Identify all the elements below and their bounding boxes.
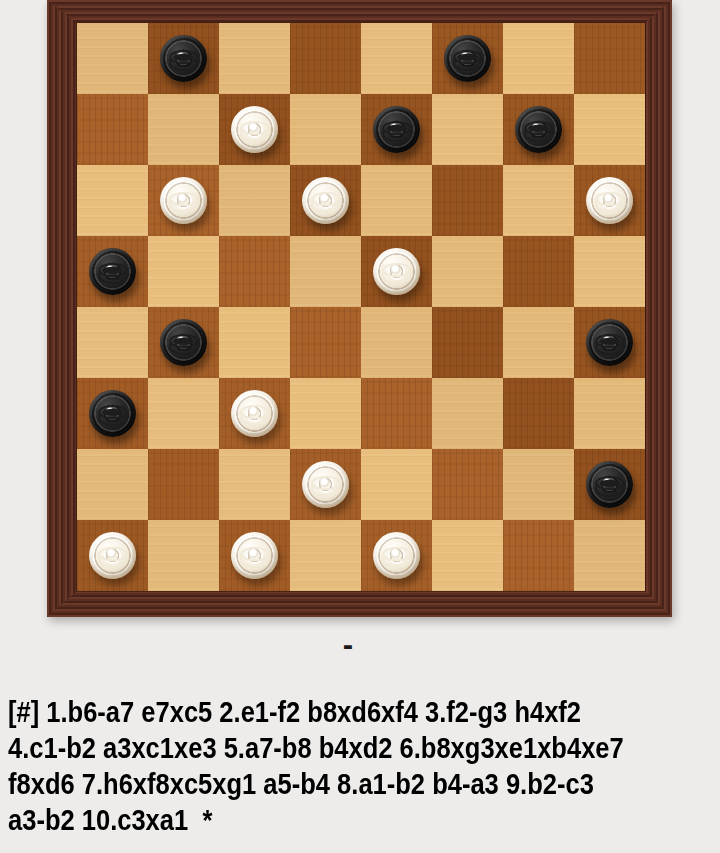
square-c8[interactable] <box>219 23 290 94</box>
square-a8[interactable] <box>77 23 148 94</box>
square-e2[interactable] <box>361 449 432 520</box>
square-a2[interactable] <box>77 449 148 520</box>
square-g6[interactable] <box>503 165 574 236</box>
white-checker-glyph: ⛀ <box>231 106 278 153</box>
square-d5[interactable] <box>290 236 361 307</box>
square-b2[interactable] <box>148 449 219 520</box>
checker-white-d6[interactable]: ⛀ <box>290 165 361 236</box>
square-h1[interactable] <box>574 520 645 591</box>
square-f2[interactable] <box>432 449 503 520</box>
square-f5[interactable] <box>432 236 503 307</box>
checker-black-f8[interactable]: ⛂ <box>432 23 503 94</box>
square-g4[interactable] <box>503 307 574 378</box>
black-checker-glyph: ⛂ <box>515 106 562 153</box>
square-h3[interactable] <box>574 378 645 449</box>
square-c4[interactable] <box>219 307 290 378</box>
checker-white-e1[interactable]: ⛀ <box>361 520 432 591</box>
square-h5[interactable] <box>574 236 645 307</box>
white-checker-glyph: ⛀ <box>302 177 349 224</box>
square-d7[interactable] <box>290 94 361 165</box>
checker-black-e7[interactable]: ⛂ <box>361 94 432 165</box>
white-checker-glyph: ⛀ <box>231 532 278 579</box>
black-checker-glyph: ⛂ <box>89 390 136 437</box>
white-checker-glyph: ⛀ <box>373 532 420 579</box>
square-g8[interactable] <box>503 23 574 94</box>
checker-black-g7[interactable]: ⛂ <box>503 94 574 165</box>
game-status-indicator: - <box>0 629 696 660</box>
frame-right-edge <box>645 0 672 617</box>
checker-black-a3[interactable]: ⛂ <box>77 378 148 449</box>
checker-black-b4[interactable]: ⛂ <box>148 307 219 378</box>
checker-white-b6[interactable]: ⛀ <box>148 165 219 236</box>
square-g2[interactable] <box>503 449 574 520</box>
frame-left-edge <box>47 0 77 617</box>
checker-black-b8[interactable]: ⛂ <box>148 23 219 94</box>
square-b1[interactable] <box>148 520 219 591</box>
square-d8[interactable] <box>290 23 361 94</box>
square-c2[interactable] <box>219 449 290 520</box>
checker-black-h4[interactable]: ⛂ <box>574 307 645 378</box>
square-a7[interactable] <box>77 94 148 165</box>
square-b5[interactable] <box>148 236 219 307</box>
checker-white-c7[interactable]: ⛀ <box>219 94 290 165</box>
square-c5[interactable] <box>219 236 290 307</box>
move-text-line: 4.c1-b2 a3xc1xe3 5.a7-b8 b4xd2 6.b8xg3xe… <box>8 730 635 766</box>
checker-white-a1[interactable]: ⛀ <box>77 520 148 591</box>
black-checker-glyph: ⛂ <box>89 248 136 295</box>
checker-white-e5[interactable]: ⛀ <box>361 236 432 307</box>
checkers-board: ⛂⛂⛂⛂⛂⛂⛂⛂⛂⛀⛀⛀⛀⛀⛀⛀⛀⛀⛀ <box>77 23 645 591</box>
checker-white-c3[interactable]: ⛀ <box>219 378 290 449</box>
square-d4[interactable] <box>290 307 361 378</box>
white-checker-glyph: ⛀ <box>586 177 633 224</box>
frame-top-edge <box>47 0 672 23</box>
square-b3[interactable] <box>148 378 219 449</box>
square-f3[interactable] <box>432 378 503 449</box>
square-b7[interactable] <box>148 94 219 165</box>
square-f6[interactable] <box>432 165 503 236</box>
black-checker-glyph: ⛂ <box>444 35 491 82</box>
move-text-line: a3-b2 10.c3xa1 * <box>8 802 635 838</box>
black-checker-glyph: ⛂ <box>586 319 633 366</box>
checker-white-c1[interactable]: ⛀ <box>219 520 290 591</box>
square-d3[interactable] <box>290 378 361 449</box>
checker-white-d2[interactable]: ⛀ <box>290 449 361 520</box>
square-e8[interactable] <box>361 23 432 94</box>
frame-bottom-edge <box>47 591 672 617</box>
app-screen: ⛂⛂⛂⛂⛂⛂⛂⛂⛂⛀⛀⛀⛀⛀⛀⛀⛀⛀⛀ - [#] 1.b6-a7 e7xc5 … <box>0 0 720 853</box>
checker-black-h2[interactable]: ⛂ <box>574 449 645 520</box>
black-checker-glyph: ⛂ <box>160 319 207 366</box>
square-c6[interactable] <box>219 165 290 236</box>
move-list: [#] 1.b6-a7 e7xc5 2.e1-f2 b8xd6xf4 3.f2-… <box>8 694 720 838</box>
square-h8[interactable] <box>574 23 645 94</box>
white-checker-glyph: ⛀ <box>160 177 207 224</box>
white-checker-glyph: ⛀ <box>231 390 278 437</box>
white-checker-glyph: ⛀ <box>89 532 136 579</box>
black-checker-glyph: ⛂ <box>586 461 633 508</box>
square-e3[interactable] <box>361 378 432 449</box>
square-a4[interactable] <box>77 307 148 378</box>
square-f1[interactable] <box>432 520 503 591</box>
square-f7[interactable] <box>432 94 503 165</box>
white-checker-glyph: ⛀ <box>373 248 420 295</box>
square-g3[interactable] <box>503 378 574 449</box>
square-e6[interactable] <box>361 165 432 236</box>
square-e4[interactable] <box>361 307 432 378</box>
move-text-line: f8xd6 7.h6xf8xc5xg1 a5-b4 8.a1-b2 b4-a3 … <box>8 766 635 802</box>
square-h7[interactable] <box>574 94 645 165</box>
square-d1[interactable] <box>290 520 361 591</box>
move-text-line: [#] 1.b6-a7 e7xc5 2.e1-f2 b8xd6xf4 3.f2-… <box>8 694 635 730</box>
checker-black-a5[interactable]: ⛂ <box>77 236 148 307</box>
square-a6[interactable] <box>77 165 148 236</box>
board-frame: ⛂⛂⛂⛂⛂⛂⛂⛂⛂⛀⛀⛀⛀⛀⛀⛀⛀⛀⛀ <box>47 0 672 617</box>
square-g5[interactable] <box>503 236 574 307</box>
square-g1[interactable] <box>503 520 574 591</box>
black-checker-glyph: ⛂ <box>160 35 207 82</box>
black-checker-glyph: ⛂ <box>373 106 420 153</box>
checker-white-h6[interactable]: ⛀ <box>574 165 645 236</box>
square-f4[interactable] <box>432 307 503 378</box>
white-checker-glyph: ⛀ <box>302 461 349 508</box>
